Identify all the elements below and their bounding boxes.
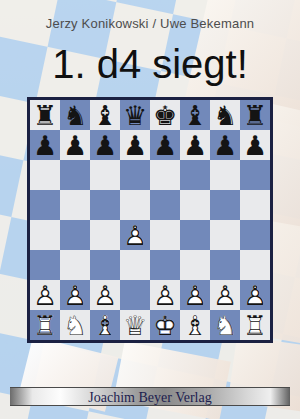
square-g7[interactable]: ♟ <box>210 130 240 160</box>
square-d3[interactable] <box>120 250 150 280</box>
square-a4[interactable] <box>30 220 60 250</box>
black-bishop[interactable]: ♝ <box>180 100 210 130</box>
black-pawn[interactable]: ♟ <box>150 130 180 160</box>
square-g1[interactable]: ♞♘ <box>210 310 240 340</box>
square-d8[interactable]: ♛ <box>120 100 150 130</box>
square-c1[interactable]: ♝♗ <box>90 310 120 340</box>
white-rook[interactable]: ♜♖ <box>240 310 270 340</box>
square-g2[interactable]: ♟♙ <box>210 280 240 310</box>
white-pawn[interactable]: ♟♙ <box>210 280 240 310</box>
square-b6[interactable] <box>60 160 90 190</box>
square-e8[interactable]: ♚ <box>150 100 180 130</box>
square-c7[interactable]: ♟ <box>90 130 120 160</box>
square-d6[interactable] <box>120 160 150 190</box>
square-f8[interactable]: ♝ <box>180 100 210 130</box>
white-pawn[interactable]: ♟♙ <box>90 280 120 310</box>
square-a5[interactable] <box>30 190 60 220</box>
black-pawn[interactable]: ♟ <box>30 130 60 160</box>
white-king[interactable]: ♚♔ <box>150 310 180 340</box>
square-d7[interactable]: ♟ <box>120 130 150 160</box>
square-h6[interactable] <box>240 160 270 190</box>
black-pawn[interactable]: ♟ <box>210 130 240 160</box>
white-pawn[interactable]: ♟♙ <box>240 280 270 310</box>
square-h2[interactable]: ♟♙ <box>240 280 270 310</box>
square-d1[interactable]: ♛♕ <box>120 310 150 340</box>
book-title: 1. d4 siegt! <box>0 42 300 86</box>
square-c2[interactable]: ♟♙ <box>90 280 120 310</box>
square-b2[interactable]: ♟♙ <box>60 280 90 310</box>
black-knight[interactable]: ♞ <box>60 100 90 130</box>
white-queen[interactable]: ♛♕ <box>120 310 150 340</box>
square-a3[interactable] <box>30 250 60 280</box>
square-d2[interactable] <box>120 280 150 310</box>
square-e1[interactable]: ♚♔ <box>150 310 180 340</box>
square-f1[interactable]: ♝♗ <box>180 310 210 340</box>
square-b4[interactable] <box>60 220 90 250</box>
square-e2[interactable]: ♟♙ <box>150 280 180 310</box>
square-c4[interactable] <box>90 220 120 250</box>
publisher-bar: Joachim Beyer Verlag <box>10 387 290 406</box>
square-h8[interactable]: ♜ <box>240 100 270 130</box>
square-g4[interactable] <box>210 220 240 250</box>
square-f5[interactable] <box>180 190 210 220</box>
black-king[interactable]: ♚ <box>150 100 180 130</box>
square-a8[interactable]: ♜ <box>30 100 60 130</box>
black-bishop[interactable]: ♝ <box>90 100 120 130</box>
authors-line: Jerzy Konikowski / Uwe Bekemann <box>0 16 300 31</box>
white-knight[interactable]: ♞♘ <box>210 310 240 340</box>
black-rook[interactable]: ♜ <box>240 100 270 130</box>
white-rook[interactable]: ♜♖ <box>30 310 60 340</box>
square-h7[interactable]: ♟ <box>240 130 270 160</box>
square-e5[interactable] <box>150 190 180 220</box>
square-a7[interactable]: ♟ <box>30 130 60 160</box>
white-pawn[interactable]: ♟♙ <box>150 280 180 310</box>
book-cover: Jerzy Konikowski / Uwe Bekemann 1. d4 si… <box>0 0 300 419</box>
white-pawn[interactable]: ♟♙ <box>60 280 90 310</box>
white-pawn[interactable]: ♟♙ <box>120 220 150 250</box>
white-pawn[interactable]: ♟♙ <box>30 280 60 310</box>
square-b1[interactable]: ♞♘ <box>60 310 90 340</box>
black-knight[interactable]: ♞ <box>210 100 240 130</box>
square-c3[interactable] <box>90 250 120 280</box>
white-knight[interactable]: ♞♘ <box>60 310 90 340</box>
square-e7[interactable]: ♟ <box>150 130 180 160</box>
black-pawn[interactable]: ♟ <box>60 130 90 160</box>
square-c6[interactable] <box>90 160 120 190</box>
square-f7[interactable]: ♟ <box>180 130 210 160</box>
square-b8[interactable]: ♞ <box>60 100 90 130</box>
square-d4[interactable]: ♟♙ <box>120 220 150 250</box>
square-g8[interactable]: ♞ <box>210 100 240 130</box>
black-pawn[interactable]: ♟ <box>120 130 150 160</box>
square-h3[interactable] <box>240 250 270 280</box>
square-f3[interactable] <box>180 250 210 280</box>
square-h4[interactable] <box>240 220 270 250</box>
white-bishop[interactable]: ♝♗ <box>90 310 120 340</box>
white-pawn[interactable]: ♟♙ <box>180 280 210 310</box>
square-a2[interactable]: ♟♙ <box>30 280 60 310</box>
square-c8[interactable]: ♝ <box>90 100 120 130</box>
square-e3[interactable] <box>150 250 180 280</box>
square-d5[interactable] <box>120 190 150 220</box>
square-g5[interactable] <box>210 190 240 220</box>
black-pawn[interactable]: ♟ <box>90 130 120 160</box>
square-h5[interactable] <box>240 190 270 220</box>
white-bishop[interactable]: ♝♗ <box>180 310 210 340</box>
square-b7[interactable]: ♟ <box>60 130 90 160</box>
publisher-name: Joachim Beyer Verlag <box>88 390 211 405</box>
chess-board: ♜♞♝♛♚♝♞♜♟♟♟♟♟♟♟♟♟♙♟♙♟♙♟♙♟♙♟♙♟♙♟♙♜♖♞♘♝♗♛♕… <box>27 97 273 343</box>
square-e6[interactable] <box>150 160 180 190</box>
black-pawn[interactable]: ♟ <box>240 130 270 160</box>
black-queen[interactable]: ♛ <box>120 100 150 130</box>
square-a1[interactable]: ♜♖ <box>30 310 60 340</box>
square-g6[interactable] <box>210 160 240 190</box>
square-b3[interactable] <box>60 250 90 280</box>
square-f2[interactable]: ♟♙ <box>180 280 210 310</box>
square-e4[interactable] <box>150 220 180 250</box>
black-rook[interactable]: ♜ <box>30 100 60 130</box>
square-g3[interactable] <box>210 250 240 280</box>
square-c5[interactable] <box>90 190 120 220</box>
square-h1[interactable]: ♜♖ <box>240 310 270 340</box>
square-a6[interactable] <box>30 160 60 190</box>
black-pawn[interactable]: ♟ <box>180 130 210 160</box>
square-f4[interactable] <box>180 220 210 250</box>
square-b5[interactable] <box>60 190 90 220</box>
square-f6[interactable] <box>180 160 210 190</box>
